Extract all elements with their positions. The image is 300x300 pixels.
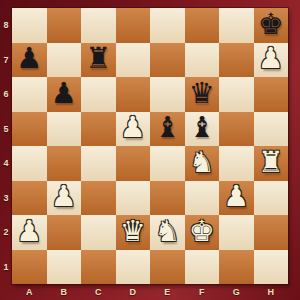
square-f6[interactable]: ♛	[185, 77, 220, 112]
rank-label-2: 2	[0, 215, 12, 250]
square-e6[interactable]	[150, 77, 185, 112]
square-b5[interactable]	[47, 112, 82, 147]
rank-label-6: 6	[0, 77, 12, 112]
black-king-h8[interactable]: ♚	[258, 10, 284, 39]
square-g8[interactable]	[219, 8, 254, 43]
square-d4[interactable]	[116, 146, 151, 181]
square-f3[interactable]	[185, 181, 220, 216]
square-b1[interactable]	[47, 250, 82, 285]
square-e5[interactable]: ♝	[150, 112, 185, 147]
file-label-g: G	[219, 284, 254, 300]
square-a6[interactable]	[12, 77, 47, 112]
square-c5[interactable]	[81, 112, 116, 147]
white-knight-e2[interactable]: ♞	[154, 217, 180, 246]
square-f8[interactable]	[185, 8, 220, 43]
square-h2[interactable]	[254, 215, 289, 250]
black-pawn-b6[interactable]: ♟	[51, 79, 77, 108]
white-king-f2[interactable]: ♚	[189, 217, 215, 246]
square-g4[interactable]	[219, 146, 254, 181]
rank-label-7: 7	[0, 43, 12, 78]
square-h5[interactable]	[254, 112, 289, 147]
square-f2[interactable]: ♚	[185, 215, 220, 250]
square-d7[interactable]	[116, 43, 151, 78]
square-c4[interactable]	[81, 146, 116, 181]
rank-label-1: 1	[0, 250, 12, 285]
square-b4[interactable]	[47, 146, 82, 181]
square-e3[interactable]	[150, 181, 185, 216]
chess-board[interactable]: ♚♟♜♟♟♛♟♝♝♞♜♟♟♟♛♞♚	[12, 8, 288, 284]
white-pawn-a2[interactable]: ♟	[16, 217, 42, 246]
white-pawn-g3[interactable]: ♟	[223, 182, 249, 211]
square-c7[interactable]: ♜	[81, 43, 116, 78]
white-pawn-h7[interactable]: ♟	[258, 44, 284, 73]
square-a2[interactable]: ♟	[12, 215, 47, 250]
square-b6[interactable]: ♟	[47, 77, 82, 112]
rank-labels: 87654321	[0, 8, 12, 284]
file-label-b: B	[47, 284, 82, 300]
square-a3[interactable]	[12, 181, 47, 216]
file-label-c: C	[81, 284, 116, 300]
white-queen-d2[interactable]: ♛	[120, 217, 146, 246]
square-h3[interactable]	[254, 181, 289, 216]
rank-label-5: 5	[0, 112, 12, 147]
square-d3[interactable]	[116, 181, 151, 216]
square-c1[interactable]	[81, 250, 116, 285]
square-h4[interactable]: ♜	[254, 146, 289, 181]
file-label-f: F	[185, 284, 220, 300]
square-b3[interactable]: ♟	[47, 181, 82, 216]
square-f7[interactable]	[185, 43, 220, 78]
square-d6[interactable]	[116, 77, 151, 112]
square-e2[interactable]: ♞	[150, 215, 185, 250]
white-rook-h4[interactable]: ♜	[258, 148, 284, 177]
square-h7[interactable]: ♟	[254, 43, 289, 78]
square-f5[interactable]: ♝	[185, 112, 220, 147]
black-queen-f6[interactable]: ♛	[189, 79, 215, 108]
square-g1[interactable]	[219, 250, 254, 285]
square-c8[interactable]	[81, 8, 116, 43]
square-h6[interactable]	[254, 77, 289, 112]
square-h1[interactable]	[254, 250, 289, 285]
square-f4[interactable]: ♞	[185, 146, 220, 181]
black-bishop-f5[interactable]: ♝	[189, 113, 215, 142]
square-b8[interactable]	[47, 8, 82, 43]
black-pawn-a7[interactable]: ♟	[16, 44, 42, 73]
file-label-h: H	[254, 284, 289, 300]
white-pawn-b3[interactable]: ♟	[51, 182, 77, 211]
square-g7[interactable]	[219, 43, 254, 78]
square-c3[interactable]	[81, 181, 116, 216]
square-h8[interactable]: ♚	[254, 8, 289, 43]
black-bishop-e5[interactable]: ♝	[154, 113, 180, 142]
white-pawn-d5[interactable]: ♟	[120, 113, 146, 142]
file-labels: ABCDEFGH	[12, 284, 288, 300]
square-g6[interactable]	[219, 77, 254, 112]
square-d8[interactable]	[116, 8, 151, 43]
square-a1[interactable]	[12, 250, 47, 285]
square-g2[interactable]	[219, 215, 254, 250]
square-f1[interactable]	[185, 250, 220, 285]
square-a4[interactable]	[12, 146, 47, 181]
white-knight-f4[interactable]: ♞	[189, 148, 215, 177]
file-label-a: A	[12, 284, 47, 300]
rank-label-4: 4	[0, 146, 12, 181]
square-d1[interactable]	[116, 250, 151, 285]
square-d5[interactable]: ♟	[116, 112, 151, 147]
square-a5[interactable]	[12, 112, 47, 147]
square-c2[interactable]	[81, 215, 116, 250]
square-d2[interactable]: ♛	[116, 215, 151, 250]
square-a7[interactable]: ♟	[12, 43, 47, 78]
square-e4[interactable]	[150, 146, 185, 181]
board-frame: 87654321 ♚♟♜♟♟♛♟♝♝♞♜♟♟♟♛♞♚ ABCDEFGH	[0, 0, 300, 300]
square-a8[interactable]	[12, 8, 47, 43]
black-rook-c7[interactable]: ♜	[85, 44, 111, 73]
square-e7[interactable]	[150, 43, 185, 78]
square-b2[interactable]	[47, 215, 82, 250]
square-g3[interactable]: ♟	[219, 181, 254, 216]
square-b7[interactable]	[47, 43, 82, 78]
square-c6[interactable]	[81, 77, 116, 112]
square-g5[interactable]	[219, 112, 254, 147]
rank-label-8: 8	[0, 8, 12, 43]
square-e8[interactable]	[150, 8, 185, 43]
file-label-e: E	[150, 284, 185, 300]
square-e1[interactable]	[150, 250, 185, 285]
rank-label-3: 3	[0, 181, 12, 216]
file-label-d: D	[116, 284, 151, 300]
